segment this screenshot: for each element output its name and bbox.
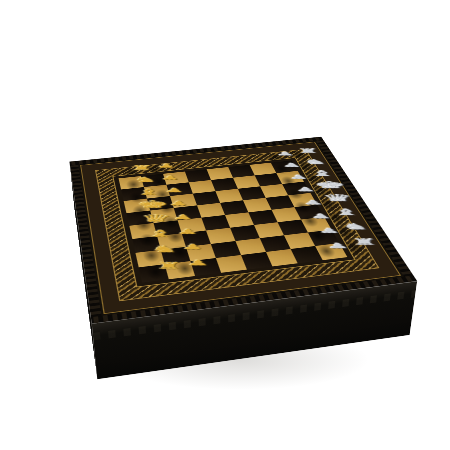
- board-3d-plane: ♜♞♝♛♚♝♞♜♟♟♟♟♟♟♟♟♟♟♟♟♟♟♟♟♜♞♝♛♚♝♞♜: [69, 137, 417, 324]
- black-pawn-glyph: ♟: [312, 242, 364, 249]
- square-a8: [315, 243, 347, 260]
- square-c2: [157, 233, 186, 250]
- piece-shadow: [333, 225, 356, 240]
- white-rook-glyph: ♜: [142, 261, 195, 270]
- white-king-glyph: ♚: [128, 200, 176, 210]
- piece-black-rook-a8: ♜: [335, 238, 372, 257]
- square-c7: [278, 220, 308, 236]
- piece-shadow: [138, 232, 158, 247]
- square-b8: [308, 230, 339, 246]
- piece-white-bishop-c1: ♝: [131, 231, 163, 250]
- square-b1: [135, 250, 164, 268]
- square-b6: [260, 235, 291, 252]
- piece-white-knight-b1: ♞: [135, 246, 168, 266]
- piece-white-pawn-c2: ♟: [159, 228, 191, 246]
- square-a4: [216, 255, 247, 273]
- square-c8: [301, 217, 332, 233]
- pieces-layer: ♜♞♝♛♚♝♞♜♟♟♟♟♟♟♟♟♟♟♟♟♟♟♟♟♜♞♝♛♚♝♞♜: [119, 161, 348, 283]
- piece-shadow: [315, 243, 339, 259]
- board-frame: ♜♞♝♛♚♝♞♜♟♟♟♟♟♟♟♟♟♟♟♟♟♟♟♟♜♞♝♛♚♝♞♜: [80, 142, 401, 314]
- square-b7: [284, 232, 315, 248]
- square-b2: [161, 247, 191, 264]
- black-pawn-glyph: ♟: [289, 200, 337, 206]
- black-rook-glyph: ♜: [339, 238, 391, 246]
- square-d3: [178, 218, 206, 234]
- white-bishop-glyph: ♝: [125, 188, 172, 196]
- square-a5: [241, 252, 272, 270]
- square-a1: [139, 264, 169, 282]
- white-knight-glyph: ♞: [138, 245, 190, 254]
- white-queen-glyph: ♛: [131, 214, 181, 224]
- piece-black-pawn-b7: ♟: [300, 227, 335, 245]
- piece-white-pawn-a2: ♟: [167, 259, 201, 279]
- black-pawn-glyph: ♟: [297, 213, 346, 219]
- square-a3: [190, 258, 221, 276]
- black-pawn-glyph: ♟: [270, 163, 314, 168]
- piece-shadow: [145, 264, 166, 281]
- square-c1: [132, 236, 161, 253]
- piece-white-rook-a1: ♜: [138, 262, 172, 283]
- white-rook-glyph: ♜: [119, 165, 164, 171]
- piece-shadow: [342, 240, 366, 255]
- square-d1: [129, 223, 157, 239]
- white-knight-glyph: ♞: [122, 176, 168, 183]
- piece-white-queen-d1: ♛: [128, 216, 159, 234]
- square-a7: [291, 246, 323, 263]
- white-bishop-glyph: ♝: [135, 229, 186, 238]
- piece-shadow: [141, 248, 161, 264]
- square-c4: [206, 228, 235, 244]
- piece-shadow: [174, 260, 196, 276]
- square-c5: [230, 225, 260, 241]
- piece-shadow: [165, 229, 185, 244]
- piece-white-pawn-b2: ♟: [163, 243, 196, 262]
- chess-set-photo: ♜♞♝♛♚♝♞♜♟♟♟♟♟♟♟♟♟♟♟♟♟♟♟♟♜♞♝♛♚♝♞♜: [0, 0, 450, 450]
- piece-shadow: [307, 228, 330, 243]
- piece-shadow: [170, 244, 191, 260]
- white-pawn-glyph: ♟: [167, 243, 218, 250]
- square-c3: [182, 231, 211, 247]
- black-pawn-glyph: ♟: [304, 227, 355, 234]
- square-b4: [211, 241, 241, 258]
- piece-black-pawn-a7: ♟: [308, 242, 344, 261]
- square-b5: [235, 238, 266, 255]
- white-pawn-glyph: ♟: [172, 259, 224, 267]
- square-a2: [165, 261, 195, 279]
- square-c6: [254, 222, 284, 238]
- square-b3: [186, 244, 216, 261]
- piece-black-pawn-c7: ♟: [293, 213, 327, 230]
- black-pawn-glyph: ♟: [264, 151, 307, 156]
- square-a6: [266, 249, 298, 266]
